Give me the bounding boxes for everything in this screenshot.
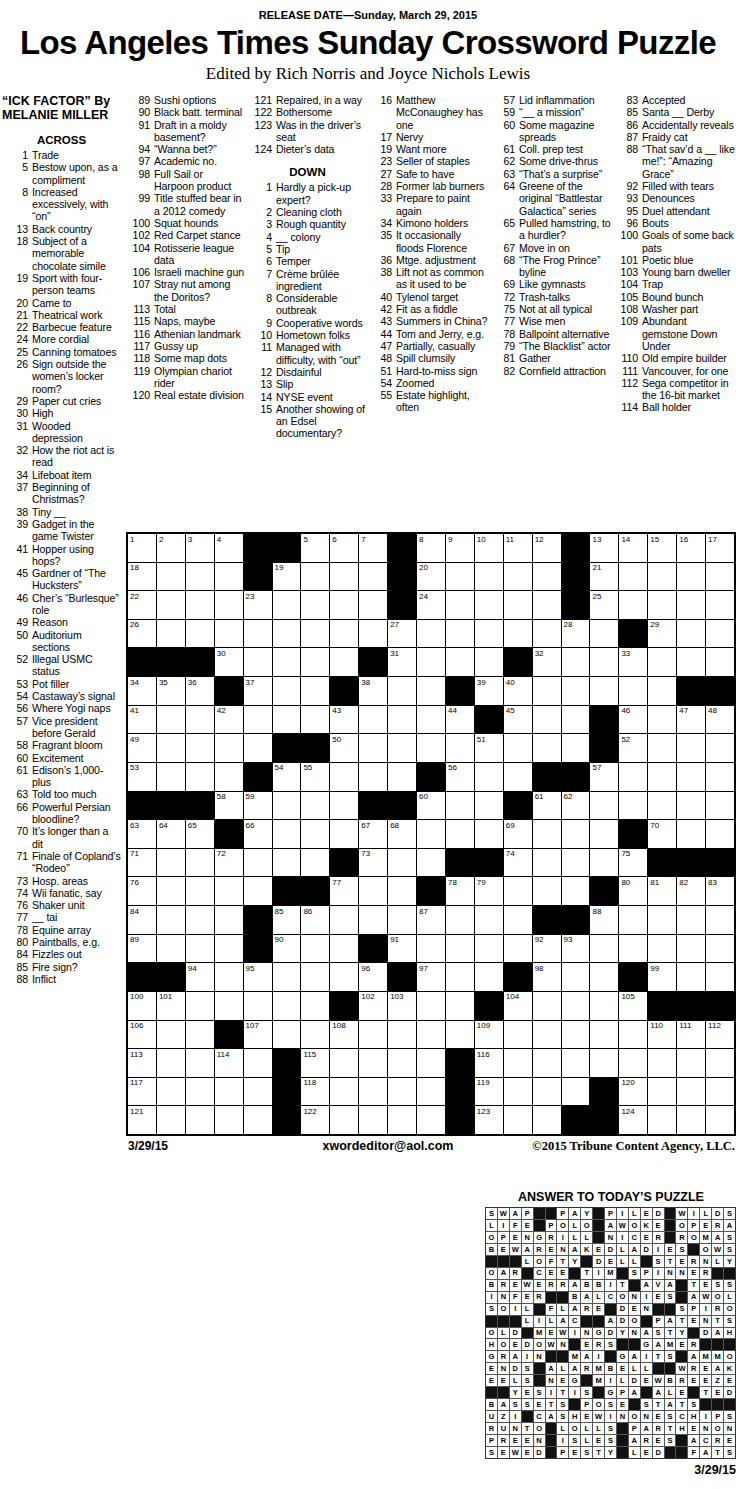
grid-cell[interactable]: 52 [619, 734, 647, 762]
grid-cell[interactable]: 37 [244, 677, 272, 705]
grid-cell[interactable] [590, 849, 618, 877]
grid-cell[interactable]: 7 [359, 534, 387, 562]
grid-cell[interactable] [446, 1021, 474, 1049]
grid-cell[interactable] [533, 1078, 561, 1106]
grid-cell[interactable] [359, 1021, 387, 1049]
grid-cell[interactable] [590, 935, 618, 963]
grid-cell[interactable] [215, 620, 243, 648]
grid-cell[interactable]: 38 [359, 677, 387, 705]
grid-cell[interactable] [388, 1049, 416, 1077]
grid-cell[interactable]: 65 [186, 820, 214, 848]
grid-cell[interactable] [186, 620, 214, 648]
grid-cell[interactable] [619, 1021, 647, 1049]
grid-cell[interactable] [186, 763, 214, 791]
grid-cell[interactable] [475, 906, 503, 934]
grid-cell[interactable] [533, 734, 561, 762]
grid-cell[interactable]: 88 [590, 906, 618, 934]
grid-cell[interactable]: 16 [677, 534, 705, 562]
grid-cell[interactable] [330, 648, 358, 676]
grid-cell[interactable] [215, 877, 243, 905]
grid-cell[interactable] [215, 1078, 243, 1106]
grid-cell[interactable] [706, 963, 734, 991]
grid-cell[interactable] [388, 763, 416, 791]
grid-cell[interactable] [533, 620, 561, 648]
grid-cell[interactable]: 109 [475, 1021, 503, 1049]
grid-cell[interactable] [562, 1021, 590, 1049]
grid-cell[interactable]: 45 [504, 706, 532, 734]
grid-cell[interactable] [590, 963, 618, 991]
grid-cell[interactable] [706, 935, 734, 963]
grid-cell[interactable] [504, 591, 532, 619]
grid-cell[interactable] [417, 935, 445, 963]
grid-cell[interactable] [619, 677, 647, 705]
grid-cell[interactable]: 25 [590, 591, 618, 619]
grid-cell[interactable]: 15 [648, 534, 676, 562]
grid-cell[interactable] [677, 1049, 705, 1077]
grid-cell[interactable] [677, 1078, 705, 1106]
grid-cell[interactable] [648, 1106, 676, 1134]
grid-cell[interactable] [562, 1049, 590, 1077]
grid-cell[interactable] [244, 1106, 272, 1134]
grid-cell[interactable] [562, 706, 590, 734]
grid-cell[interactable] [562, 849, 590, 877]
grid-cell[interactable]: 117 [128, 1078, 156, 1106]
grid-cell[interactable]: 93 [562, 935, 590, 963]
grid-cell[interactable]: 67 [359, 820, 387, 848]
grid-cell[interactable] [157, 563, 185, 591]
grid-cell[interactable]: 86 [301, 906, 329, 934]
grid-cell[interactable] [157, 763, 185, 791]
grid-cell[interactable] [244, 849, 272, 877]
grid-cell[interactable] [677, 648, 705, 676]
grid-cell[interactable] [330, 563, 358, 591]
grid-cell[interactable]: 62 [562, 792, 590, 820]
grid-cell[interactable]: 63 [128, 820, 156, 848]
grid-cell[interactable]: 13 [590, 534, 618, 562]
grid-cell[interactable]: 105 [619, 992, 647, 1020]
grid-cell[interactable]: 56 [446, 763, 474, 791]
grid-cell[interactable] [706, 648, 734, 676]
grid-cell[interactable]: 36 [186, 677, 214, 705]
grid-cell[interactable] [157, 1021, 185, 1049]
grid-cell[interactable] [677, 963, 705, 991]
grid-cell[interactable]: 17 [706, 534, 734, 562]
grid-cell[interactable] [648, 906, 676, 934]
grid-cell[interactable] [590, 992, 618, 1020]
grid-cell[interactable] [533, 563, 561, 591]
grid-cell[interactable] [157, 935, 185, 963]
grid-cell[interactable]: 123 [475, 1106, 503, 1134]
grid-cell[interactable]: 19 [273, 563, 301, 591]
grid-cell[interactable] [590, 1049, 618, 1077]
grid-cell[interactable] [215, 734, 243, 762]
grid-cell[interactable] [186, 591, 214, 619]
grid-cell[interactable] [359, 620, 387, 648]
grid-cell[interactable]: 76 [128, 877, 156, 905]
grid-cell[interactable]: 30 [215, 648, 243, 676]
grid-cell[interactable]: 27 [388, 620, 416, 648]
grid-cell[interactable] [446, 963, 474, 991]
grid-cell[interactable]: 51 [475, 734, 503, 762]
grid-cell[interactable] [562, 877, 590, 905]
grid-cell[interactable] [648, 734, 676, 762]
grid-cell[interactable]: 61 [533, 792, 561, 820]
grid-cell[interactable] [533, 706, 561, 734]
grid-cell[interactable]: 104 [504, 992, 532, 1020]
grid-cell[interactable] [590, 648, 618, 676]
grid-cell[interactable] [446, 992, 474, 1020]
grid-cell[interactable]: 9 [446, 534, 474, 562]
grid-cell[interactable]: 68 [388, 820, 416, 848]
grid-cell[interactable] [273, 677, 301, 705]
grid-cell[interactable] [619, 1049, 647, 1077]
grid-cell[interactable] [590, 820, 618, 848]
grid-cell[interactable] [388, 1078, 416, 1106]
grid-cell[interactable]: 122 [301, 1106, 329, 1134]
grid-cell[interactable] [330, 906, 358, 934]
grid-cell[interactable] [301, 849, 329, 877]
grid-cell[interactable] [562, 734, 590, 762]
grid-cell[interactable] [446, 591, 474, 619]
grid-cell[interactable] [359, 1078, 387, 1106]
grid-cell[interactable] [330, 1106, 358, 1134]
grid-cell[interactable] [244, 706, 272, 734]
grid-cell[interactable]: 112 [706, 1021, 734, 1049]
grid-cell[interactable] [359, 563, 387, 591]
grid-cell[interactable] [677, 792, 705, 820]
grid-cell[interactable]: 119 [475, 1078, 503, 1106]
grid-cell[interactable] [359, 877, 387, 905]
grid-cell[interactable] [186, 706, 214, 734]
grid-cell[interactable] [648, 591, 676, 619]
grid-cell[interactable] [215, 591, 243, 619]
grid-cell[interactable] [186, 1049, 214, 1077]
grid-cell[interactable] [301, 563, 329, 591]
grid-cell[interactable] [301, 591, 329, 619]
grid-cell[interactable]: 39 [475, 677, 503, 705]
grid-cell[interactable] [417, 1106, 445, 1134]
grid-cell[interactable]: 8 [417, 534, 445, 562]
grid-cell[interactable]: 10 [475, 534, 503, 562]
grid-cell[interactable] [504, 620, 532, 648]
grid-cell[interactable] [706, 1078, 734, 1106]
grid-cell[interactable]: 55 [301, 763, 329, 791]
grid-cell[interactable]: 50 [330, 734, 358, 762]
grid-cell[interactable] [648, 706, 676, 734]
grid-cell[interactable] [562, 648, 590, 676]
grid-cell[interactable] [273, 648, 301, 676]
grid-cell[interactable] [215, 763, 243, 791]
grid-cell[interactable] [677, 591, 705, 619]
grid-cell[interactable]: 84 [128, 906, 156, 934]
grid-cell[interactable]: 79 [475, 877, 503, 905]
grid-cell[interactable] [244, 620, 272, 648]
grid-cell[interactable] [417, 734, 445, 762]
grid-cell[interactable] [186, 935, 214, 963]
grid-cell[interactable] [157, 877, 185, 905]
grid-cell[interactable]: 85 [273, 906, 301, 934]
grid-cell[interactable] [648, 563, 676, 591]
grid-cell[interactable]: 110 [648, 1021, 676, 1049]
grid-cell[interactable]: 75 [619, 849, 647, 877]
grid-cell[interactable] [388, 906, 416, 934]
grid-cell[interactable] [446, 563, 474, 591]
grid-cell[interactable] [619, 563, 647, 591]
grid-cell[interactable] [417, 849, 445, 877]
grid-cell[interactable]: 107 [244, 1021, 272, 1049]
grid-cell[interactable] [504, 906, 532, 934]
grid-cell[interactable] [157, 906, 185, 934]
grid-cell[interactable] [215, 992, 243, 1020]
grid-cell[interactable] [446, 648, 474, 676]
grid-cell[interactable] [273, 591, 301, 619]
grid-cell[interactable] [417, 992, 445, 1020]
grid-cell[interactable] [648, 935, 676, 963]
grid-cell[interactable] [388, 1021, 416, 1049]
grid-cell[interactable] [533, 992, 561, 1020]
grid-cell[interactable] [446, 820, 474, 848]
grid-cell[interactable] [648, 792, 676, 820]
grid-cell[interactable] [677, 563, 705, 591]
grid-cell[interactable] [157, 1049, 185, 1077]
grid-cell[interactable] [301, 620, 329, 648]
grid-cell[interactable] [359, 1106, 387, 1134]
grid-cell[interactable] [619, 935, 647, 963]
grid-cell[interactable] [706, 1106, 734, 1134]
grid-cell[interactable] [619, 906, 647, 934]
grid-cell[interactable]: 1 [128, 534, 156, 562]
grid-cell[interactable] [301, 792, 329, 820]
grid-cell[interactable] [446, 620, 474, 648]
grid-cell[interactable] [648, 648, 676, 676]
grid-cell[interactable] [359, 706, 387, 734]
grid-cell[interactable]: 24 [417, 591, 445, 619]
grid-cell[interactable] [706, 734, 734, 762]
grid-cell[interactable]: 87 [417, 906, 445, 934]
grid-cell[interactable] [359, 1049, 387, 1077]
grid-cell[interactable] [475, 591, 503, 619]
grid-cell[interactable]: 114 [215, 1049, 243, 1077]
grid-cell[interactable] [388, 849, 416, 877]
grid-cell[interactable] [446, 935, 474, 963]
grid-cell[interactable] [301, 648, 329, 676]
grid-cell[interactable] [215, 563, 243, 591]
grid-cell[interactable] [446, 906, 474, 934]
grid-cell[interactable] [706, 792, 734, 820]
grid-cell[interactable] [619, 792, 647, 820]
grid-cell[interactable] [706, 563, 734, 591]
grid-cell[interactable]: 31 [388, 648, 416, 676]
grid-cell[interactable] [301, 963, 329, 991]
grid-cell[interactable] [446, 792, 474, 820]
grid-cell[interactable] [475, 963, 503, 991]
grid-cell[interactable] [590, 620, 618, 648]
grid-cell[interactable]: 81 [648, 877, 676, 905]
grid-cell[interactable] [706, 820, 734, 848]
grid-cell[interactable] [619, 591, 647, 619]
grid-cell[interactable] [677, 906, 705, 934]
grid-cell[interactable] [359, 906, 387, 934]
grid-cell[interactable]: 78 [446, 877, 474, 905]
grid-cell[interactable]: 92 [533, 935, 561, 963]
grid-cell[interactable] [157, 706, 185, 734]
grid-cell[interactable] [244, 734, 272, 762]
grid-cell[interactable] [475, 620, 503, 648]
grid-cell[interactable] [504, 1106, 532, 1134]
grid-cell[interactable]: 54 [273, 763, 301, 791]
grid-cell[interactable] [215, 1106, 243, 1134]
grid-cell[interactable]: 98 [533, 963, 561, 991]
grid-cell[interactable]: 100 [128, 992, 156, 1020]
grid-cell[interactable]: 91 [388, 935, 416, 963]
grid-cell[interactable] [186, 906, 214, 934]
grid-cell[interactable]: 58 [215, 792, 243, 820]
grid-cell[interactable]: 72 [215, 849, 243, 877]
grid-cell[interactable] [677, 820, 705, 848]
grid-cell[interactable]: 70 [648, 820, 676, 848]
grid-cell[interactable] [706, 620, 734, 648]
grid-cell[interactable] [330, 935, 358, 963]
grid-cell[interactable]: 40 [504, 677, 532, 705]
grid-cell[interactable] [504, 1021, 532, 1049]
grid-cell[interactable] [273, 620, 301, 648]
grid-cell[interactable] [359, 763, 387, 791]
grid-cell[interactable] [706, 906, 734, 934]
grid-cell[interactable] [244, 1049, 272, 1077]
grid-cell[interactable] [186, 734, 214, 762]
grid-cell[interactable] [475, 763, 503, 791]
grid-cell[interactable]: 96 [359, 963, 387, 991]
grid-cell[interactable] [475, 820, 503, 848]
grid-cell[interactable] [706, 591, 734, 619]
grid-cell[interactable]: 6 [330, 534, 358, 562]
grid-cell[interactable] [417, 620, 445, 648]
grid-cell[interactable] [186, 877, 214, 905]
grid-cell[interactable]: 53 [128, 763, 156, 791]
grid-cell[interactable] [619, 763, 647, 791]
grid-cell[interactable] [273, 849, 301, 877]
grid-cell[interactable] [562, 1078, 590, 1106]
grid-cell[interactable] [244, 1078, 272, 1106]
grid-cell[interactable] [273, 820, 301, 848]
grid-cell[interactable] [562, 992, 590, 1020]
grid-cell[interactable] [417, 677, 445, 705]
grid-cell[interactable] [677, 935, 705, 963]
grid-cell[interactable] [677, 620, 705, 648]
grid-cell[interactable] [648, 1078, 676, 1106]
grid-cell[interactable] [157, 1106, 185, 1134]
grid-cell[interactable]: 71 [128, 849, 156, 877]
grid-cell[interactable] [186, 1106, 214, 1134]
grid-cell[interactable] [504, 763, 532, 791]
grid-cell[interactable]: 18 [128, 563, 156, 591]
grid-cell[interactable]: 41 [128, 706, 156, 734]
grid-cell[interactable] [330, 792, 358, 820]
grid-cell[interactable] [504, 877, 532, 905]
grid-cell[interactable] [244, 992, 272, 1020]
grid-cell[interactable] [504, 563, 532, 591]
grid-cell[interactable] [562, 963, 590, 991]
grid-cell[interactable] [533, 591, 561, 619]
grid-cell[interactable] [533, 849, 561, 877]
grid-cell[interactable] [677, 1106, 705, 1134]
grid-cell[interactable] [706, 1049, 734, 1077]
grid-cell[interactable]: 49 [128, 734, 156, 762]
grid-cell[interactable] [359, 734, 387, 762]
grid-cell[interactable]: 44 [446, 706, 474, 734]
grid-cell[interactable] [301, 1021, 329, 1049]
grid-cell[interactable] [504, 734, 532, 762]
grid-cell[interactable]: 82 [677, 877, 705, 905]
grid-cell[interactable] [648, 677, 676, 705]
grid-cell[interactable] [417, 706, 445, 734]
grid-cell[interactable] [330, 1078, 358, 1106]
grid-cell[interactable]: 35 [157, 677, 185, 705]
grid-cell[interactable]: 97 [417, 963, 445, 991]
grid-cell[interactable] [533, 677, 561, 705]
grid-cell[interactable] [301, 706, 329, 734]
grid-cell[interactable]: 120 [619, 1078, 647, 1106]
grid-cell[interactable]: 113 [128, 1049, 156, 1077]
grid-cell[interactable] [215, 935, 243, 963]
grid-cell[interactable] [388, 734, 416, 762]
grid-cell[interactable] [186, 992, 214, 1020]
grid-cell[interactable]: 124 [619, 1106, 647, 1134]
grid-cell[interactable]: 21 [590, 563, 618, 591]
grid-cell[interactable] [417, 648, 445, 676]
grid-cell[interactable] [157, 734, 185, 762]
grid-cell[interactable] [215, 906, 243, 934]
grid-cell[interactable]: 77 [330, 877, 358, 905]
grid-cell[interactable]: 74 [504, 849, 532, 877]
grid-cell[interactable]: 66 [244, 820, 272, 848]
grid-cell[interactable] [244, 877, 272, 905]
grid-cell[interactable]: 83 [706, 877, 734, 905]
grid-cell[interactable] [504, 1049, 532, 1077]
grid-cell[interactable] [533, 1106, 561, 1134]
grid-cell[interactable]: 3 [186, 534, 214, 562]
grid-cell[interactable]: 94 [186, 963, 214, 991]
grid-cell[interactable]: 121 [128, 1106, 156, 1134]
grid-cell[interactable]: 118 [301, 1078, 329, 1106]
grid-cell[interactable] [417, 1049, 445, 1077]
grid-cell[interactable] [273, 706, 301, 734]
grid-cell[interactable] [504, 935, 532, 963]
grid-cell[interactable] [590, 792, 618, 820]
grid-cell[interactable]: 64 [157, 820, 185, 848]
grid-cell[interactable] [244, 648, 272, 676]
grid-cell[interactable] [388, 677, 416, 705]
grid-cell[interactable]: 46 [619, 706, 647, 734]
grid-cell[interactable]: 69 [504, 820, 532, 848]
grid-cell[interactable] [359, 591, 387, 619]
grid-cell[interactable]: 90 [273, 935, 301, 963]
grid-cell[interactable]: 60 [417, 792, 445, 820]
grid-cell[interactable] [417, 820, 445, 848]
grid-cell[interactable] [273, 963, 301, 991]
grid-cell[interactable]: 103 [388, 992, 416, 1020]
grid-cell[interactable] [533, 877, 561, 905]
grid-cell[interactable]: 102 [359, 992, 387, 1020]
grid-cell[interactable] [273, 1021, 301, 1049]
grid-cell[interactable]: 48 [706, 706, 734, 734]
grid-cell[interactable] [417, 1078, 445, 1106]
grid-cell[interactable]: 106 [128, 1021, 156, 1049]
grid-cell[interactable] [475, 792, 503, 820]
grid-cell[interactable]: 99 [648, 963, 676, 991]
grid-cell[interactable] [157, 620, 185, 648]
grid-cell[interactable]: 34 [128, 677, 156, 705]
